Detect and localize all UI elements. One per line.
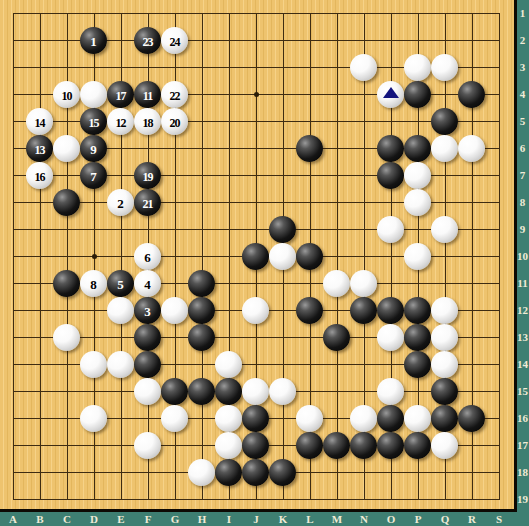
column-label: N <box>357 512 371 526</box>
white-stone <box>404 162 431 189</box>
white-stone <box>431 432 458 459</box>
white-stone <box>350 270 377 297</box>
column-label: E <box>114 512 128 526</box>
move-number: 24 <box>170 35 180 49</box>
column-label: A <box>6 512 20 526</box>
row-label: 7 <box>516 168 529 182</box>
black-stone <box>188 270 215 297</box>
row-label: 13 <box>516 330 529 344</box>
black-stone <box>296 432 323 459</box>
white-stone: 12 <box>107 108 134 135</box>
white-stone <box>296 405 323 432</box>
white-stone <box>242 378 269 405</box>
column-label: R <box>465 512 479 526</box>
row-label: 11 <box>516 276 529 290</box>
move-number: 2 <box>117 196 124 211</box>
black-stone <box>404 297 431 324</box>
white-stone <box>377 81 404 108</box>
black-stone <box>269 459 296 486</box>
white-stone <box>269 243 296 270</box>
column-label: D <box>87 512 101 526</box>
black-stone: 17 <box>107 81 134 108</box>
row-label: 15 <box>516 384 529 398</box>
black-stone <box>377 405 404 432</box>
black-stone: 7 <box>80 162 107 189</box>
white-stone <box>404 189 431 216</box>
white-stone <box>215 432 242 459</box>
black-stone: 21 <box>134 189 161 216</box>
black-stone: 11 <box>134 81 161 108</box>
black-stone <box>53 189 80 216</box>
column-label: G <box>168 512 182 526</box>
row-label: 2 <box>516 33 529 47</box>
row-label: 8 <box>516 195 529 209</box>
black-stone <box>134 351 161 378</box>
move-number: 21 <box>143 197 153 211</box>
black-stone <box>188 378 215 405</box>
go-app-window: 123241017112214151218201391671922168543 … <box>0 0 529 526</box>
white-stone <box>431 216 458 243</box>
black-stone: 13 <box>26 135 53 162</box>
white-stone <box>377 378 404 405</box>
black-stone: 15 <box>80 108 107 135</box>
white-stone: 24 <box>161 27 188 54</box>
black-stone: 23 <box>134 27 161 54</box>
black-stone <box>404 432 431 459</box>
white-stone <box>188 459 215 486</box>
white-stone <box>53 135 80 162</box>
triangle-marker <box>383 87 399 98</box>
move-number: 8 <box>90 277 97 292</box>
black-stone: 5 <box>107 270 134 297</box>
white-stone <box>431 351 458 378</box>
move-number: 6 <box>144 250 151 265</box>
row-label: 14 <box>516 357 529 371</box>
white-stone <box>80 351 107 378</box>
white-stone: 14 <box>26 108 53 135</box>
black-stone <box>458 405 485 432</box>
black-stone <box>323 432 350 459</box>
black-stone <box>242 459 269 486</box>
white-stone <box>215 405 242 432</box>
row-label: 6 <box>516 141 529 155</box>
white-stone <box>350 54 377 81</box>
black-stone <box>215 378 242 405</box>
black-stone <box>53 270 80 297</box>
white-stone <box>431 54 458 81</box>
black-stone: 1 <box>80 27 107 54</box>
move-number: 12 <box>116 116 126 130</box>
white-stone: 16 <box>26 162 53 189</box>
move-number: 14 <box>35 116 45 130</box>
column-label: F <box>141 512 155 526</box>
white-stone <box>134 432 161 459</box>
black-stone <box>404 135 431 162</box>
black-stone <box>377 297 404 324</box>
move-number: 18 <box>143 116 153 130</box>
black-stone <box>242 432 269 459</box>
black-stone <box>377 162 404 189</box>
move-number: 16 <box>35 170 45 184</box>
black-stone <box>404 324 431 351</box>
move-number: 15 <box>89 116 99 130</box>
column-label: I <box>222 512 236 526</box>
white-stone <box>134 378 161 405</box>
move-number: 9 <box>90 142 97 157</box>
black-stone <box>377 135 404 162</box>
white-stone <box>80 405 107 432</box>
black-stone: 9 <box>80 135 107 162</box>
row-label: 12 <box>516 303 529 317</box>
row-label: 10 <box>516 249 529 263</box>
move-number: 23 <box>143 35 153 49</box>
black-stone <box>404 351 431 378</box>
black-stone <box>242 243 269 270</box>
black-stone <box>296 297 323 324</box>
grid-line <box>13 499 500 500</box>
white-stone <box>377 216 404 243</box>
white-stone <box>215 351 242 378</box>
white-stone <box>404 54 431 81</box>
row-label: 17 <box>516 438 529 452</box>
black-stone: 19 <box>134 162 161 189</box>
column-label: P <box>411 512 425 526</box>
white-stone <box>53 324 80 351</box>
hoshi-point <box>92 254 97 259</box>
black-stone <box>161 378 188 405</box>
move-number: 5 <box>117 277 124 292</box>
row-label: 4 <box>516 87 529 101</box>
black-stone <box>188 324 215 351</box>
white-stone <box>350 405 377 432</box>
white-stone: 8 <box>80 270 107 297</box>
row-label: 16 <box>516 411 529 425</box>
black-stone <box>296 243 323 270</box>
column-label: M <box>330 512 344 526</box>
white-stone: 2 <box>107 189 134 216</box>
move-number: 10 <box>62 89 72 103</box>
black-stone <box>269 216 296 243</box>
grid-line <box>337 13 338 500</box>
move-number: 20 <box>170 116 180 130</box>
white-stone: 10 <box>53 81 80 108</box>
white-stone: 4 <box>134 270 161 297</box>
white-stone: 20 <box>161 108 188 135</box>
white-stone <box>161 405 188 432</box>
black-stone <box>134 324 161 351</box>
white-stone <box>458 135 485 162</box>
column-label: C <box>60 512 74 526</box>
black-stone <box>404 81 431 108</box>
column-label: H <box>195 512 209 526</box>
move-number: 22 <box>170 89 180 103</box>
row-label: 3 <box>516 60 529 74</box>
black-stone <box>458 81 485 108</box>
row-label: 9 <box>516 222 529 236</box>
black-stone <box>377 432 404 459</box>
column-label: B <box>33 512 47 526</box>
white-stone <box>404 405 431 432</box>
white-stone <box>80 81 107 108</box>
move-number: 17 <box>116 89 126 103</box>
white-stone: 6 <box>134 243 161 270</box>
row-label: 5 <box>516 114 529 128</box>
move-number: 11 <box>143 89 152 103</box>
white-stone <box>323 270 350 297</box>
white-stone <box>107 297 134 324</box>
move-number: 4 <box>144 277 151 292</box>
black-stone <box>323 324 350 351</box>
black-stone <box>350 297 377 324</box>
white-stone <box>107 351 134 378</box>
column-label: K <box>276 512 290 526</box>
black-stone: 3 <box>134 297 161 324</box>
white-stone <box>269 378 296 405</box>
white-stone <box>431 324 458 351</box>
white-stone <box>161 297 188 324</box>
column-label: Q <box>438 512 452 526</box>
hoshi-point <box>254 92 259 97</box>
black-stone <box>296 135 323 162</box>
column-label: S <box>492 512 506 526</box>
row-label: 18 <box>516 465 529 479</box>
white-stone <box>242 297 269 324</box>
white-stone <box>431 135 458 162</box>
black-stone <box>215 459 242 486</box>
black-stone <box>188 297 215 324</box>
move-number: 3 <box>144 304 151 319</box>
move-number: 13 <box>35 143 45 157</box>
white-stone <box>431 297 458 324</box>
black-stone <box>431 108 458 135</box>
column-label: J <box>249 512 263 526</box>
column-label: O <box>384 512 398 526</box>
move-number: 19 <box>143 170 153 184</box>
grid-line <box>499 13 500 500</box>
go-board[interactable]: 123241017112214151218201391671922168543 <box>0 0 514 509</box>
move-number: 7 <box>90 169 97 184</box>
white-stone <box>404 243 431 270</box>
white-stone <box>377 324 404 351</box>
row-label: 1 <box>516 6 529 20</box>
move-number: 1 <box>90 34 97 49</box>
black-stone <box>431 378 458 405</box>
black-stone <box>350 432 377 459</box>
black-stone <box>431 405 458 432</box>
black-stone <box>242 405 269 432</box>
column-label: L <box>303 512 317 526</box>
white-stone: 18 <box>134 108 161 135</box>
row-label: 19 <box>516 492 529 506</box>
white-stone: 22 <box>161 81 188 108</box>
